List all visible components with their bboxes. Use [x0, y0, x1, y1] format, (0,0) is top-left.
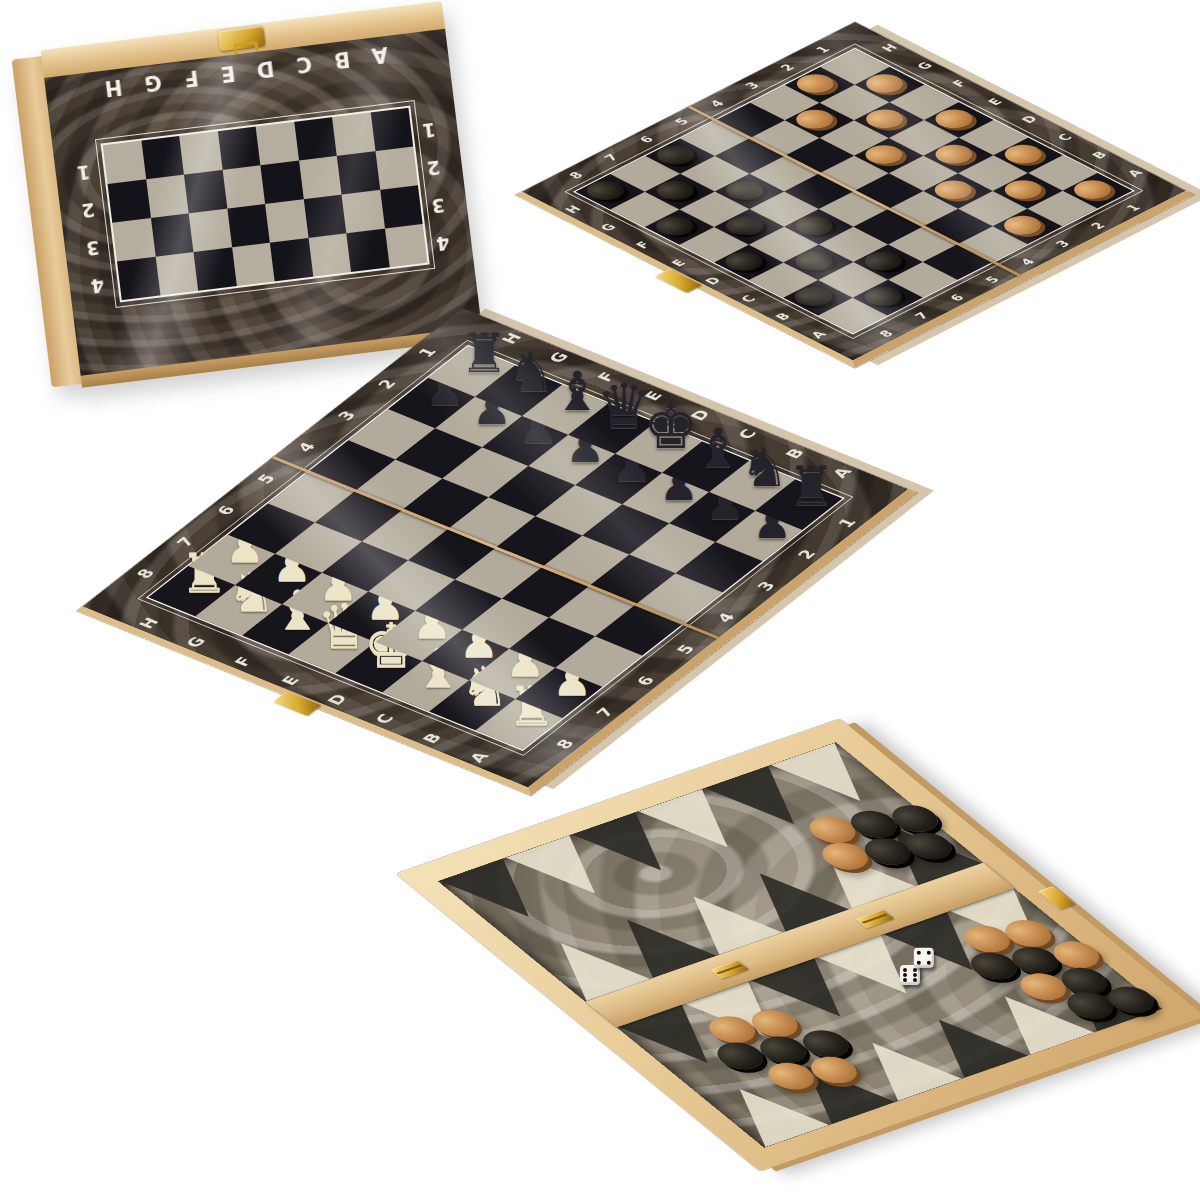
file-letter: D: [323, 692, 352, 708]
die-pip: [913, 978, 917, 982]
rank-number: 3: [333, 408, 360, 422]
rank-number: 7: [911, 310, 932, 321]
closed-box-square: [270, 238, 313, 281]
closed-box-square: [380, 185, 423, 228]
closed-box-square: [308, 233, 351, 276]
die-pip: [927, 950, 931, 954]
rank-number: 2: [373, 377, 400, 391]
closed-box-square: [189, 209, 232, 252]
file-letter: G: [182, 635, 211, 651]
rank-number: 6: [632, 674, 659, 688]
file-letter: H: [878, 42, 901, 54]
chess-piece-black-rook: ♜: [780, 460, 842, 514]
die-pip: [903, 978, 907, 982]
file-letter: B: [772, 311, 794, 322]
rank-number: 1: [414, 345, 441, 359]
closed-box-square: [346, 229, 389, 272]
closed-box-square: [103, 141, 146, 184]
rank-number: 1: [1123, 202, 1144, 213]
closed-box-number: 1: [421, 119, 437, 142]
die-pip: [913, 968, 917, 972]
rank-number: 4: [706, 98, 727, 109]
checkers-board: 8765432187654321HGFEDCBAHGFEDCBA: [516, 22, 1195, 368]
closed-box-square: [337, 151, 380, 194]
closed-box-square: [342, 190, 385, 233]
die: [914, 948, 934, 968]
closed-box-square: [332, 112, 375, 155]
closed-box-square: [141, 136, 184, 179]
rank-number: 6: [946, 292, 967, 303]
closed-box-letter: D: [256, 56, 276, 82]
rank-number: 8: [565, 170, 586, 181]
closed-box-square: [294, 117, 337, 160]
rank-number: 1: [833, 516, 860, 530]
rank-number: 4: [712, 610, 739, 624]
closed-box-number: 2: [426, 156, 442, 179]
file-letter: B: [418, 731, 446, 746]
file-letter: B: [1089, 150, 1111, 161]
checkers-board-view: 8765432187654321HGFEDCBAHGFEDCBA: [516, 22, 1195, 368]
backgammon-point-light: [707, 1077, 831, 1147]
closed-box-number: 1: [76, 161, 92, 184]
chess-board: ♜♟♟♜♞♟♟♞♝♟♟♝♛♟♟♛♚♟♟♚♝♟♟♝♞♟♟♞♜♟♟♜87654321…: [77, 308, 917, 795]
closed-box-square: [217, 127, 260, 170]
closed-box-square: [107, 179, 150, 222]
rank-number: 4: [1017, 256, 1038, 267]
closed-box-square: [384, 224, 427, 267]
closed-box-square: [112, 218, 155, 261]
file-letter: F: [633, 240, 654, 251]
rank-number: 6: [212, 503, 239, 517]
backgammon-clasp: [1038, 886, 1076, 910]
closed-box-square: [370, 108, 413, 151]
die-pip: [927, 961, 931, 965]
file-letter: A: [1124, 167, 1146, 178]
rank-number: 5: [671, 116, 692, 127]
rank-number: 2: [793, 547, 820, 561]
closed-box-number: 3: [85, 237, 101, 260]
file-letter: E: [668, 258, 689, 269]
file-letter: G: [597, 222, 620, 234]
closed-box-letter: H: [104, 75, 124, 101]
closed-box-number: 4: [90, 274, 106, 297]
closed-box-square: [299, 156, 342, 199]
file-letter: F: [230, 654, 257, 668]
rank-number: 2: [1087, 220, 1108, 231]
backgammon-tray: [438, 742, 1162, 1148]
closed-box-square: [150, 213, 193, 256]
hinge-icon: [856, 909, 895, 928]
rank-number: 5: [982, 274, 1003, 285]
closed-box-square: [146, 175, 189, 218]
rank-number: 3: [742, 80, 763, 91]
file-letter: D: [702, 275, 725, 287]
rank-number: 4: [293, 440, 320, 454]
closed-box-letter: E: [219, 61, 236, 87]
file-letter: E: [277, 674, 304, 688]
closed-box-square: [256, 122, 299, 165]
closed-box-square: [265, 199, 308, 242]
die-pip: [903, 968, 907, 972]
backgammon-point-light: [769, 742, 893, 812]
closed-box-number: 2: [81, 199, 97, 222]
rank-number: 3: [753, 579, 780, 593]
file-letter: C: [1054, 132, 1076, 143]
rank-number: 5: [253, 472, 280, 486]
file-letter: E: [984, 96, 1005, 107]
file-letter: C: [737, 293, 759, 304]
closed-box-square: [260, 161, 303, 204]
closed-box-half-chessboard: [101, 106, 430, 303]
file-letter: F: [949, 78, 970, 89]
closed-box-square: [232, 243, 275, 286]
closed-box-square: [227, 204, 270, 247]
file-letter: H: [134, 615, 163, 631]
closed-box-square: [117, 257, 160, 300]
die-pip: [913, 973, 917, 977]
file-letter: C: [371, 712, 399, 727]
closed-box-letter: A: [371, 42, 390, 68]
file-letter: H: [562, 204, 585, 216]
closed-box-letter: G: [143, 70, 163, 96]
rank-number: 3: [1052, 238, 1073, 249]
closed-box-square: [375, 146, 418, 189]
rank-number: 8: [132, 566, 159, 580]
rank-number: 6: [636, 134, 657, 145]
rank-number: 8: [876, 328, 897, 339]
rank-number: 1: [812, 44, 833, 55]
closed-box-square: [193, 247, 236, 290]
die-pip: [916, 961, 920, 965]
closed-box-number: 3: [431, 194, 447, 217]
closed-box-square: [184, 170, 227, 213]
file-letter: D: [1018, 114, 1041, 126]
rank-number: 7: [592, 705, 619, 719]
closed-box-number: 4: [435, 232, 451, 255]
chess-board-view: ♜♟♟♜♞♟♟♞♝♟♟♝♛♟♟♛♚♟♟♚♝♟♟♝♞♟♟♞♜♟♟♜87654321…: [77, 308, 917, 795]
rank-number: 7: [601, 152, 622, 163]
closed-box-letter: B: [333, 47, 352, 73]
closed-box-square: [179, 131, 222, 174]
closed-box-square: [303, 195, 346, 238]
closed-box-square: [155, 252, 198, 295]
product-photo-stage: HGFEDCBA 1234 1234 8765432187654321HGFED…: [0, 0, 1200, 1200]
closed-box-letter: F: [183, 65, 200, 91]
rank-number: 2: [777, 62, 798, 73]
die: [900, 965, 920, 985]
rank-number: 8: [551, 737, 578, 751]
closed-box-clasp: [218, 26, 266, 51]
closed-box-face: HGFEDCBA 1234 1234: [44, 29, 482, 376]
file-letter: A: [465, 750, 493, 765]
closed-box-square: [222, 165, 265, 208]
file-letter: A: [807, 329, 829, 340]
closed-box-letter: C: [295, 51, 313, 77]
file-letter: G: [913, 60, 936, 72]
rank-number: 5: [672, 642, 699, 656]
die-pip: [916, 950, 920, 954]
hinge-icon: [710, 960, 749, 979]
die-pip: [903, 973, 907, 977]
closed-box-view: HGFEDCBA 1234 1234: [11, 1, 485, 392]
